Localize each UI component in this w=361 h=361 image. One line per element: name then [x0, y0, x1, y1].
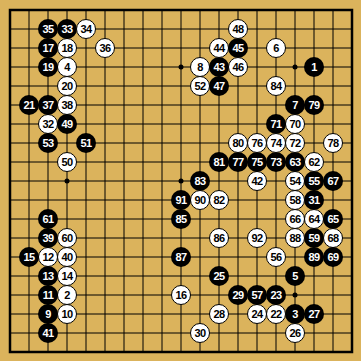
stones-layer: 1234567891011121314151617181920212223242… — [0, 0, 361, 361]
go-stone-white-28[interactable]: 28 — [209, 304, 229, 324]
go-stone-black-91[interactable]: 91 — [171, 190, 191, 210]
go-stone-white-44[interactable]: 44 — [209, 38, 229, 58]
go-stone-black-51[interactable]: 51 — [76, 133, 96, 153]
go-stone-black-47[interactable]: 47 — [209, 76, 229, 96]
go-stone-black-33[interactable]: 33 — [57, 19, 77, 39]
go-stone-white-10[interactable]: 10 — [57, 304, 77, 324]
go-stone-black-87[interactable]: 87 — [171, 247, 191, 267]
go-stone-white-34[interactable]: 34 — [76, 19, 96, 39]
go-stone-white-60[interactable]: 60 — [57, 228, 77, 248]
go-stone-white-50[interactable]: 50 — [57, 152, 77, 172]
go-stone-white-6[interactable]: 6 — [266, 38, 286, 58]
go-stone-white-90[interactable]: 90 — [190, 190, 210, 210]
go-stone-white-8[interactable]: 8 — [190, 57, 210, 77]
go-stone-black-55[interactable]: 55 — [304, 171, 324, 191]
go-stone-black-81[interactable]: 81 — [209, 152, 229, 172]
go-stone-black-15[interactable]: 15 — [19, 247, 39, 267]
go-stone-black-71[interactable]: 71 — [266, 114, 286, 134]
go-stone-black-29[interactable]: 29 — [228, 285, 248, 305]
go-stone-black-61[interactable]: 61 — [38, 209, 58, 229]
go-stone-black-73[interactable]: 73 — [266, 152, 286, 172]
go-stone-black-53[interactable]: 53 — [38, 133, 58, 153]
go-stone-white-22[interactable]: 22 — [266, 304, 286, 324]
go-stone-white-14[interactable]: 14 — [57, 266, 77, 286]
go-stone-white-68[interactable]: 68 — [323, 228, 343, 248]
go-stone-white-4[interactable]: 4 — [57, 57, 77, 77]
go-stone-white-24[interactable]: 24 — [247, 304, 267, 324]
go-stone-black-45[interactable]: 45 — [228, 38, 248, 58]
go-stone-white-66[interactable]: 66 — [285, 209, 305, 229]
go-stone-white-18[interactable]: 18 — [57, 38, 77, 58]
go-stone-white-76[interactable]: 76 — [247, 133, 267, 153]
go-stone-black-43[interactable]: 43 — [209, 57, 229, 77]
go-stone-black-11[interactable]: 11 — [38, 285, 58, 305]
go-stone-white-12[interactable]: 12 — [38, 247, 58, 267]
go-stone-black-17[interactable]: 17 — [38, 38, 58, 58]
go-stone-white-86[interactable]: 86 — [209, 228, 229, 248]
go-stone-white-40[interactable]: 40 — [57, 247, 77, 267]
go-stone-white-92[interactable]: 92 — [247, 228, 267, 248]
go-stone-white-82[interactable]: 82 — [209, 190, 229, 210]
go-stone-black-35[interactable]: 35 — [38, 19, 58, 39]
go-stone-black-3[interactable]: 3 — [285, 304, 305, 324]
go-stone-black-9[interactable]: 9 — [38, 304, 58, 324]
go-stone-white-48[interactable]: 48 — [228, 19, 248, 39]
go-stone-black-57[interactable]: 57 — [247, 285, 267, 305]
go-stone-black-63[interactable]: 63 — [285, 152, 305, 172]
go-stone-black-65[interactable]: 65 — [323, 209, 343, 229]
go-stone-white-52[interactable]: 52 — [190, 76, 210, 96]
go-stone-black-59[interactable]: 59 — [304, 228, 324, 248]
go-stone-black-39[interactable]: 39 — [38, 228, 58, 248]
go-stone-white-20[interactable]: 20 — [57, 76, 77, 96]
go-stone-white-70[interactable]: 70 — [285, 114, 305, 134]
go-stone-black-1[interactable]: 1 — [304, 57, 324, 77]
go-stone-white-36[interactable]: 36 — [95, 38, 115, 58]
go-stone-black-75[interactable]: 75 — [247, 152, 267, 172]
go-stone-white-64[interactable]: 64 — [304, 209, 324, 229]
go-stone-white-80[interactable]: 80 — [228, 133, 248, 153]
go-stone-black-13[interactable]: 13 — [38, 266, 58, 286]
go-stone-white-26[interactable]: 26 — [285, 323, 305, 343]
go-stone-white-84[interactable]: 84 — [266, 76, 286, 96]
go-stone-black-31[interactable]: 31 — [304, 190, 324, 210]
go-stone-white-42[interactable]: 42 — [247, 171, 267, 191]
go-stone-black-41[interactable]: 41 — [38, 323, 58, 343]
go-stone-white-38[interactable]: 38 — [57, 95, 77, 115]
go-stone-black-67[interactable]: 67 — [323, 171, 343, 191]
go-stone-white-78[interactable]: 78 — [323, 133, 343, 153]
go-stone-white-46[interactable]: 46 — [228, 57, 248, 77]
go-stone-black-85[interactable]: 85 — [171, 209, 191, 229]
go-stone-black-21[interactable]: 21 — [19, 95, 39, 115]
go-stone-white-88[interactable]: 88 — [285, 228, 305, 248]
go-stone-black-7[interactable]: 7 — [285, 95, 305, 115]
go-stone-black-89[interactable]: 89 — [304, 247, 324, 267]
go-stone-black-19[interactable]: 19 — [38, 57, 58, 77]
go-stone-white-54[interactable]: 54 — [285, 171, 305, 191]
go-stone-black-5[interactable]: 5 — [285, 266, 305, 286]
go-stone-white-58[interactable]: 58 — [285, 190, 305, 210]
go-stone-black-69[interactable]: 69 — [323, 247, 343, 267]
go-stone-black-23[interactable]: 23 — [266, 285, 286, 305]
go-stone-white-16[interactable]: 16 — [171, 285, 191, 305]
go-stone-black-25[interactable]: 25 — [209, 266, 229, 286]
go-stone-black-83[interactable]: 83 — [190, 171, 210, 191]
go-stone-black-37[interactable]: 37 — [38, 95, 58, 115]
go-stone-white-30[interactable]: 30 — [190, 323, 210, 343]
go-stone-white-62[interactable]: 62 — [304, 152, 324, 172]
go-stone-white-32[interactable]: 32 — [38, 114, 58, 134]
go-board[interactable]: 1234567891011121314151617181920212223242… — [0, 0, 361, 361]
go-stone-white-72[interactable]: 72 — [285, 133, 305, 153]
go-stone-white-74[interactable]: 74 — [266, 133, 286, 153]
go-stone-white-2[interactable]: 2 — [57, 285, 77, 305]
go-stone-white-56[interactable]: 56 — [266, 247, 286, 267]
go-stone-black-27[interactable]: 27 — [304, 304, 324, 324]
go-stone-black-79[interactable]: 79 — [304, 95, 324, 115]
go-stone-black-49[interactable]: 49 — [57, 114, 77, 134]
go-stone-black-77[interactable]: 77 — [228, 152, 248, 172]
